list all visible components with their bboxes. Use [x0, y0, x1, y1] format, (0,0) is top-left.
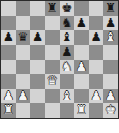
- square-f3[interactable]: [74, 74, 89, 89]
- square-b3[interactable]: [16, 74, 31, 89]
- square-c7[interactable]: [30, 16, 45, 31]
- square-f2[interactable]: [74, 89, 89, 104]
- square-h8[interactable]: ♜: [103, 1, 118, 16]
- black-pawn-h7: ♟: [105, 16, 116, 29]
- black-king-e8: ♚: [61, 2, 72, 15]
- white-pawn-h2: ♟: [105, 89, 116, 102]
- chess-diagram-screenshot: ♜♚♜♞♟♟♟♛♟♝♟♝♟♞♟♛♟♟♝♟♟♜♜♚: [0, 0, 119, 133]
- square-g8[interactable]: [89, 1, 104, 16]
- square-c3[interactable]: [30, 74, 45, 89]
- black-queen-b6: ♛: [17, 31, 28, 44]
- black-pawn-a6: ♟: [3, 31, 14, 44]
- black-rook-h8: ♜: [105, 2, 116, 15]
- black-pawn-c6: ♟: [32, 31, 43, 44]
- bottom-margin: [0, 119, 119, 133]
- white-queen-d3: ♛: [47, 75, 58, 88]
- square-d6[interactable]: [45, 30, 60, 45]
- square-d3[interactable]: ♛: [45, 74, 60, 89]
- square-h6[interactable]: ♝: [103, 30, 118, 45]
- square-b2[interactable]: ♟: [16, 89, 31, 104]
- white-king-h1: ♚: [105, 104, 116, 117]
- square-c1[interactable]: [30, 103, 45, 118]
- square-g2[interactable]: ♟: [89, 89, 104, 104]
- square-c2[interactable]: [30, 89, 45, 104]
- black-knight-e7: ♞: [61, 16, 72, 29]
- square-f4[interactable]: ♟: [74, 60, 89, 75]
- black-rook-d8: ♜: [47, 2, 58, 15]
- black-pawn-g6: ♟: [90, 31, 101, 44]
- square-g4[interactable]: [89, 60, 104, 75]
- square-a5[interactable]: [1, 45, 16, 60]
- square-g5[interactable]: [89, 45, 104, 60]
- square-e4[interactable]: ♞: [60, 60, 75, 75]
- square-d1[interactable]: [45, 103, 60, 118]
- square-c8[interactable]: [30, 1, 45, 16]
- square-e8[interactable]: ♚: [60, 1, 75, 16]
- square-c4[interactable]: [30, 60, 45, 75]
- square-a2[interactable]: ♟: [1, 89, 16, 104]
- square-e1[interactable]: [60, 103, 75, 118]
- square-e3[interactable]: [60, 74, 75, 89]
- square-b4[interactable]: [16, 60, 31, 75]
- square-b7[interactable]: [16, 16, 31, 31]
- square-d5[interactable]: [45, 45, 60, 60]
- square-h4[interactable]: [103, 60, 118, 75]
- square-g3[interactable]: [89, 74, 104, 89]
- white-pawn-f4: ♟: [76, 60, 87, 73]
- square-d7[interactable]: [45, 16, 60, 31]
- black-bishop-e6: ♝: [61, 31, 72, 44]
- square-e2[interactable]: ♝: [60, 89, 75, 104]
- square-g6[interactable]: ♟: [89, 30, 104, 45]
- square-h3[interactable]: [103, 74, 118, 89]
- square-b1[interactable]: [16, 103, 31, 118]
- square-a3[interactable]: [1, 74, 16, 89]
- white-knight-e4: ♞: [61, 60, 72, 73]
- square-b6[interactable]: ♛: [16, 30, 31, 45]
- square-f8[interactable]: [74, 1, 89, 16]
- black-pawn-f7: ♟: [76, 16, 87, 29]
- square-f6[interactable]: [74, 30, 89, 45]
- square-h1[interactable]: ♚: [103, 103, 118, 118]
- square-f7[interactable]: ♟: [74, 16, 89, 31]
- square-a6[interactable]: ♟: [1, 30, 16, 45]
- square-a8[interactable]: [1, 1, 16, 16]
- square-b5[interactable]: [16, 45, 31, 60]
- black-pawn-e5: ♟: [61, 45, 72, 58]
- square-g1[interactable]: [89, 103, 104, 118]
- square-a4[interactable]: [1, 60, 16, 75]
- square-d2[interactable]: [45, 89, 60, 104]
- square-e7[interactable]: ♞: [60, 16, 75, 31]
- square-a7[interactable]: [1, 16, 16, 31]
- chess-board: ♜♚♜♞♟♟♟♛♟♝♟♝♟♞♟♛♟♟♝♟♟♜♜♚: [0, 0, 119, 119]
- square-g7[interactable]: [89, 16, 104, 31]
- square-c5[interactable]: [30, 45, 45, 60]
- square-e5[interactable]: ♟: [60, 45, 75, 60]
- square-d8[interactable]: ♜: [45, 1, 60, 16]
- white-rook-f1: ♜: [76, 104, 87, 117]
- white-pawn-a2: ♟: [3, 89, 14, 102]
- white-bishop-e2: ♝: [61, 89, 72, 102]
- square-f5[interactable]: [74, 45, 89, 60]
- white-pawn-b2: ♟: [17, 89, 28, 102]
- white-bishop-h6: ♝: [105, 31, 116, 44]
- white-pawn-g2: ♟: [90, 89, 101, 102]
- square-d4[interactable]: [45, 60, 60, 75]
- square-f1[interactable]: ♜: [74, 103, 89, 118]
- square-h7[interactable]: ♟: [103, 16, 118, 31]
- square-h5[interactable]: [103, 45, 118, 60]
- square-b8[interactable]: [16, 1, 31, 16]
- square-e6[interactable]: ♝: [60, 30, 75, 45]
- square-c6[interactable]: ♟: [30, 30, 45, 45]
- white-rook-a1: ♜: [3, 104, 14, 117]
- square-h2[interactable]: ♟: [103, 89, 118, 104]
- square-a1[interactable]: ♜: [1, 103, 16, 118]
